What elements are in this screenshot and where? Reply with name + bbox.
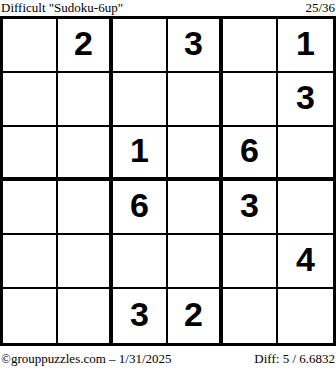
footer: ©grouppuzzles.com – 1/31/2025 Diff: 5 / … (0, 352, 336, 366)
cell-r6c6[interactable] (278, 289, 333, 343)
cell-r6c3[interactable]: 3 (113, 289, 168, 343)
cell-r6c2[interactable] (58, 289, 113, 343)
cell-r3c2[interactable] (58, 127, 113, 181)
cell-r4c4[interactable] (168, 181, 223, 235)
cell-r2c2[interactable] (58, 73, 113, 127)
cell-r4c1[interactable] (3, 181, 58, 235)
cell-r2c4[interactable] (168, 73, 223, 127)
cell-r1c5[interactable] (223, 19, 278, 73)
cell-r6c5[interactable] (223, 289, 278, 343)
cell-r1c3[interactable] (113, 19, 168, 73)
cell-r2c3[interactable] (113, 73, 168, 127)
copyright-date: ©grouppuzzles.com – 1/31/2025 (1, 352, 172, 366)
header: Difficult "Sudoku-6up" 25/36 (0, 0, 336, 16)
cell-r2c5[interactable] (223, 73, 278, 127)
sudoku-board: 2 3 1 3 1 6 6 3 4 3 2 (0, 16, 336, 346)
cell-r4c3[interactable]: 6 (113, 181, 168, 235)
cell-r3c1[interactable] (3, 127, 58, 181)
cell-r5c3[interactable] (113, 235, 168, 289)
blank-count: 25/36 (305, 1, 335, 15)
cell-r6c4[interactable]: 2 (168, 289, 223, 343)
cell-r5c2[interactable] (58, 235, 113, 289)
cell-r5c6[interactable]: 4 (278, 235, 333, 289)
cell-r2c6[interactable]: 3 (278, 73, 333, 127)
cell-r3c5[interactable]: 6 (223, 127, 278, 181)
cell-r3c3[interactable]: 1 (113, 127, 168, 181)
cell-r6c1[interactable] (3, 289, 58, 343)
difficulty-rating: Diff: 5 / 6.6832 (254, 352, 335, 366)
cell-r1c6[interactable]: 1 (278, 19, 333, 73)
puzzle-title: Difficult "Sudoku-6up" (1, 1, 123, 15)
cell-r5c1[interactable] (3, 235, 58, 289)
cell-r1c4[interactable]: 3 (168, 19, 223, 73)
cell-r1c2[interactable]: 2 (58, 19, 113, 73)
cell-r3c6[interactable] (278, 127, 333, 181)
cell-r4c2[interactable] (58, 181, 113, 235)
cell-r3c4[interactable] (168, 127, 223, 181)
cell-r5c5[interactable] (223, 235, 278, 289)
cell-r4c5[interactable]: 3 (223, 181, 278, 235)
cell-r4c6[interactable] (278, 181, 333, 235)
cell-r1c1[interactable] (3, 19, 58, 73)
cell-r5c4[interactable] (168, 235, 223, 289)
cell-r2c1[interactable] (3, 73, 58, 127)
